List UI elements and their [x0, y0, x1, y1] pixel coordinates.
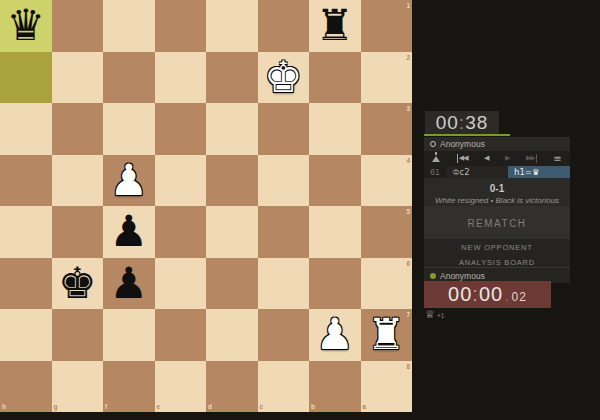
square-h1[interactable]: ♛	[0, 0, 52, 52]
square-e2[interactable]	[155, 52, 207, 104]
square-e8[interactable]: e	[155, 361, 207, 413]
rank-label-7: 7	[406, 311, 410, 318]
file-label-h: h	[2, 403, 6, 410]
file-label-g: g	[54, 403, 58, 410]
game-panel: Anonymous ◀◀◀▶▶▶≡ 61 ♔c2 h1=♛ 0-1 White …	[424, 137, 570, 212]
square-b6[interactable]	[309, 258, 361, 310]
file-label-e: e	[157, 403, 161, 410]
square-f5[interactable]: ♟	[103, 206, 155, 258]
square-c7[interactable]	[258, 309, 310, 361]
opponent-name: Anonymous	[440, 137, 485, 151]
captured-queen-icon: ♕	[425, 309, 435, 321]
rematch-button[interactable]: REMATCH	[424, 206, 570, 239]
opponent-clock-minutes: 00	[436, 112, 459, 133]
panel-divider	[424, 267, 570, 268]
square-b1[interactable]: ♜	[309, 0, 361, 52]
square-a1[interactable]: 1	[361, 0, 413, 52]
black-queen-h1[interactable]: ♛	[0, 0, 52, 52]
square-e7[interactable]	[155, 309, 207, 361]
rank-label-6: 6	[406, 260, 410, 267]
rank-label-8: 8	[406, 363, 410, 370]
square-b5[interactable]	[309, 206, 361, 258]
square-g3[interactable]	[52, 103, 104, 155]
replay-toolbar: ◀◀◀▶▶▶≡	[424, 151, 570, 166]
rank-label-1: 1	[406, 2, 410, 9]
square-a8[interactable]: 8a	[361, 361, 413, 413]
white-rook-a7[interactable]: ♜	[361, 309, 413, 361]
material-count: +1	[437, 312, 444, 319]
rank-label-2: 2	[406, 54, 410, 61]
square-b2[interactable]	[309, 52, 361, 104]
square-e5[interactable]	[155, 206, 207, 258]
square-a2[interactable]: 2	[361, 52, 413, 104]
square-b4[interactable]	[309, 155, 361, 207]
square-f1[interactable]	[103, 0, 155, 52]
result-score: 0-1	[424, 182, 570, 195]
menu-icon[interactable]: ≡	[553, 154, 561, 163]
time-progress-bar	[424, 134, 510, 136]
square-f2[interactable]	[103, 52, 155, 104]
white-player-icon	[430, 141, 436, 147]
square-h4[interactable]	[0, 155, 52, 207]
square-d2[interactable]	[206, 52, 258, 104]
square-g5[interactable]	[52, 206, 104, 258]
square-h3[interactable]	[0, 103, 52, 155]
square-d8[interactable]: d	[206, 361, 258, 413]
move-number: 61	[424, 166, 446, 178]
white-pawn-f4[interactable]: ♟	[103, 155, 155, 207]
black-rook-b1[interactable]: ♜	[309, 0, 361, 52]
opponent-player-bar[interactable]: Anonymous	[424, 137, 570, 151]
square-h2[interactable]	[0, 52, 52, 104]
square-d1[interactable]	[206, 0, 258, 52]
square-c2[interactable]: ♚	[258, 52, 310, 104]
move-list-row: 61 ♔c2 h1=♛	[424, 166, 570, 178]
last-icon[interactable]: ▶▶	[526, 154, 537, 163]
square-d7[interactable]	[206, 309, 258, 361]
square-e1[interactable]	[155, 0, 207, 52]
square-g6[interactable]: ♚	[52, 258, 104, 310]
player-clock: 00:00.02	[424, 281, 551, 308]
black-pawn-f6[interactable]: ♟	[103, 258, 155, 310]
square-f4[interactable]: ♟	[103, 155, 155, 207]
square-h6[interactable]	[0, 258, 52, 310]
chess-board[interactable]: ♛♜1♚23♟4♟5♚♟6♟♜7hgfedcb8a	[0, 0, 412, 412]
square-b3[interactable]	[309, 103, 361, 155]
rank-label-3: 3	[406, 105, 410, 112]
black-pawn-f5[interactable]: ♟	[103, 206, 155, 258]
square-e3[interactable]	[155, 103, 207, 155]
square-f7[interactable]	[103, 309, 155, 361]
black-player-online-dot-icon	[430, 273, 436, 279]
square-d5[interactable]	[206, 206, 258, 258]
square-f3[interactable]	[103, 103, 155, 155]
square-c1[interactable]	[258, 0, 310, 52]
square-c5[interactable]	[258, 206, 310, 258]
black-move-selected[interactable]: h1=♛	[508, 166, 570, 178]
black-king-g6[interactable]: ♚	[52, 258, 104, 310]
square-g1[interactable]	[52, 0, 104, 52]
file-label-b: b	[311, 403, 315, 410]
square-d6[interactable]	[206, 258, 258, 310]
material-advantage: ♕ +1	[425, 309, 444, 321]
square-f8[interactable]: f	[103, 361, 155, 413]
white-pawn-b7[interactable]: ♟	[309, 309, 361, 361]
square-b8[interactable]: b	[309, 361, 361, 413]
square-h5[interactable]	[0, 206, 52, 258]
white-king-c2[interactable]: ♚	[258, 52, 310, 104]
square-g4[interactable]	[52, 155, 104, 207]
square-a3[interactable]: 3	[361, 103, 413, 155]
square-h7[interactable]	[0, 309, 52, 361]
file-label-c: c	[260, 403, 264, 410]
square-g8[interactable]: g	[52, 361, 104, 413]
square-d4[interactable]	[206, 155, 258, 207]
square-a5[interactable]: 5	[361, 206, 413, 258]
square-g2[interactable]	[52, 52, 104, 104]
opponent-clock-seconds: 38	[465, 112, 488, 133]
square-c8[interactable]: c	[258, 361, 310, 413]
player-clock-seconds: 00	[479, 281, 503, 308]
square-c4[interactable]	[258, 155, 310, 207]
file-label-f: f	[105, 403, 107, 410]
file-label-a: a	[363, 403, 367, 410]
white-move[interactable]: ♔c2	[446, 166, 508, 178]
square-f6[interactable]: ♟	[103, 258, 155, 310]
square-b7[interactable]: ♟	[309, 309, 361, 361]
clock-decimal-point: .	[505, 284, 509, 311]
opponent-clock: 00:38	[425, 111, 499, 134]
square-e6[interactable]	[155, 258, 207, 310]
new-opponent-button[interactable]: NEW OPPONENT	[424, 239, 570, 254]
rank-label-5: 5	[406, 208, 410, 215]
player-clock-minutes: 00	[448, 281, 472, 308]
square-c3[interactable]	[258, 103, 310, 155]
file-label-d: d	[208, 403, 212, 410]
first-icon[interactable]: ◀◀	[457, 154, 468, 163]
square-h8[interactable]: h	[0, 361, 52, 413]
square-g7[interactable]	[52, 309, 104, 361]
next-icon[interactable]: ▶	[505, 154, 509, 163]
player-clock-hundredths: 02	[512, 284, 527, 311]
result-verdict: White resigned • Black is victorious	[424, 195, 570, 206]
rank-label-4: 4	[406, 157, 410, 164]
square-e4[interactable]	[155, 155, 207, 207]
square-d3[interactable]	[206, 103, 258, 155]
square-a7[interactable]: ♜7	[361, 309, 413, 361]
square-a6[interactable]: 6	[361, 258, 413, 310]
square-c6[interactable]	[258, 258, 310, 310]
previous-icon[interactable]: ◀	[484, 154, 488, 163]
square-a4[interactable]: 4	[361, 155, 413, 207]
analysis-icon[interactable]	[432, 156, 440, 162]
